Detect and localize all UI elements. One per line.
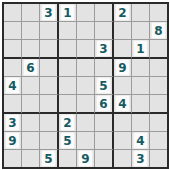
cell-r5c5[interactable] (77, 77, 95, 95)
cell-r3c5[interactable] (77, 40, 95, 59)
cell-r5c6[interactable]: 5 (95, 77, 114, 95)
cell-r2c4[interactable] (59, 22, 77, 40)
cell-r6c7[interactable]: 4 (114, 95, 132, 114)
cell-r8c5[interactable] (77, 132, 95, 150)
cell-r9c8[interactable]: 3 (132, 150, 150, 167)
cell-r3c7[interactable] (114, 40, 132, 59)
cell-r7c3[interactable] (40, 114, 59, 132)
cell-r4c5[interactable] (77, 59, 95, 77)
cell-r7c2[interactable] (22, 114, 40, 132)
cell-r9c9[interactable] (150, 150, 167, 167)
cell-r4c9[interactable] (150, 59, 167, 77)
given-digit: 1 (134, 41, 147, 56)
cell-r4c7[interactable]: 9 (114, 59, 132, 77)
given-digit: 4 (134, 133, 147, 148)
cell-r6c9[interactable] (150, 95, 167, 114)
cell-r5c4[interactable] (59, 77, 77, 95)
sudoku-grid: 31283169456432954593 (4, 4, 167, 167)
cell-r2c7[interactable] (114, 22, 132, 40)
cell-r1c9[interactable] (150, 4, 167, 22)
cell-r5c9[interactable] (150, 77, 167, 95)
cell-r3c2[interactable] (22, 40, 40, 59)
cell-r5c3[interactable] (40, 77, 59, 95)
cell-r7c8[interactable] (132, 114, 150, 132)
given-digit: 5 (97, 78, 110, 93)
given-digit: 1 (61, 5, 74, 20)
cell-r6c5[interactable] (77, 95, 95, 114)
cell-r5c8[interactable] (132, 77, 150, 95)
cell-r3c8[interactable]: 1 (132, 40, 150, 59)
cell-r6c3[interactable] (40, 95, 59, 114)
cell-r1c8[interactable] (132, 4, 150, 22)
cell-r2c9[interactable]: 8 (150, 22, 167, 40)
cell-r6c8[interactable] (132, 95, 150, 114)
cell-r2c8[interactable] (132, 22, 150, 40)
cell-r8c8[interactable]: 4 (132, 132, 150, 150)
given-digit: 3 (6, 115, 19, 130)
cell-r6c6[interactable]: 6 (95, 95, 114, 114)
cell-r9c5[interactable]: 9 (77, 150, 95, 167)
cell-r3c1[interactable] (4, 40, 22, 59)
cell-r9c7[interactable] (114, 150, 132, 167)
cell-r6c1[interactable] (4, 95, 22, 114)
cell-r3c3[interactable] (40, 40, 59, 59)
cell-r9c6[interactable] (95, 150, 114, 167)
cell-r7c4[interactable]: 2 (59, 114, 77, 132)
given-digit: 2 (61, 115, 74, 130)
cell-r8c4[interactable]: 5 (59, 132, 77, 150)
cell-r4c6[interactable] (95, 59, 114, 77)
cell-r5c2[interactable] (22, 77, 40, 95)
given-digit: 8 (152, 23, 165, 38)
cell-r7c6[interactable] (95, 114, 114, 132)
cell-r4c2[interactable]: 6 (22, 59, 40, 77)
cell-r8c6[interactable] (95, 132, 114, 150)
cell-r7c9[interactable] (150, 114, 167, 132)
given-digit: 3 (97, 41, 110, 56)
cell-r6c4[interactable] (59, 95, 77, 114)
cell-r8c2[interactable] (22, 132, 40, 150)
cell-r4c8[interactable] (132, 59, 150, 77)
cell-r1c1[interactable] (4, 4, 22, 22)
cell-r7c1[interactable]: 3 (4, 114, 22, 132)
cell-r5c7[interactable] (114, 77, 132, 95)
given-digit: 9 (116, 60, 129, 75)
cell-r2c5[interactable] (77, 22, 95, 40)
cell-r3c4[interactable] (59, 40, 77, 59)
given-digit: 5 (61, 133, 74, 148)
cell-r2c2[interactable] (22, 22, 40, 40)
cell-r7c5[interactable] (77, 114, 95, 132)
cell-r1c4[interactable]: 1 (59, 4, 77, 22)
page: 31283169456432954593 (0, 0, 170, 170)
given-digit: 9 (79, 151, 92, 166)
given-digit: 9 (6, 133, 19, 148)
cell-r4c3[interactable] (40, 59, 59, 77)
cell-r1c5[interactable] (77, 4, 95, 22)
given-digit: 4 (116, 96, 129, 111)
cell-r4c4[interactable] (59, 59, 77, 77)
cell-r4c1[interactable] (4, 59, 22, 77)
given-digit: 4 (6, 78, 19, 93)
cell-r6c2[interactable] (22, 95, 40, 114)
given-digit: 6 (97, 96, 110, 111)
cell-r9c3[interactable]: 5 (40, 150, 59, 167)
given-digit: 3 (134, 151, 147, 166)
cell-r1c7[interactable]: 2 (114, 4, 132, 22)
cell-r2c1[interactable] (4, 22, 22, 40)
cell-r5c1[interactable]: 4 (4, 77, 22, 95)
cell-r7c7[interactable] (114, 114, 132, 132)
cell-r2c6[interactable] (95, 22, 114, 40)
cell-r9c2[interactable] (22, 150, 40, 167)
given-digit: 5 (42, 151, 55, 166)
cell-r1c2[interactable] (22, 4, 40, 22)
cell-r2c3[interactable] (40, 22, 59, 40)
cell-r1c3[interactable]: 3 (40, 4, 59, 22)
cell-r3c6[interactable]: 3 (95, 40, 114, 59)
given-digit: 3 (42, 5, 55, 20)
cell-r8c1[interactable]: 9 (4, 132, 22, 150)
given-digit: 2 (116, 5, 129, 20)
cell-r3c9[interactable] (150, 40, 167, 59)
cell-r8c3[interactable] (40, 132, 59, 150)
cell-r9c1[interactable] (4, 150, 22, 167)
cell-r8c7[interactable] (114, 132, 132, 150)
sudoku-board: 31283169456432954593 (2, 2, 169, 169)
cell-r1c6[interactable] (95, 4, 114, 22)
given-digit: 6 (24, 60, 37, 75)
cell-r9c4[interactable] (59, 150, 77, 167)
cell-r8c9[interactable] (150, 132, 167, 150)
